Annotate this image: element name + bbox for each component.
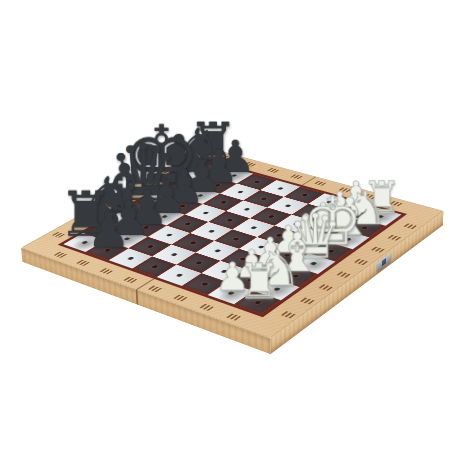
- board-tilt-wrapper: ♜♞♝♛♚♝♞♜♟♟♟♟♟♟♟♟♟♟♟♟♟♟♟♟♜♞♝♛♚♝♞♜: [0, 0, 450, 450]
- frame-marking: [54, 252, 68, 258]
- metal-clasp-icon: [377, 252, 392, 272]
- frame-marking: [281, 311, 296, 318]
- frame-marking: [76, 260, 90, 266]
- frame-marking: [300, 297, 315, 304]
- clasp-pin-icon: [382, 258, 387, 267]
- product-photo: ♜♞♝♛♚♝♞♜♟♟♟♟♟♟♟♟♟♟♟♟♟♟♟♟♜♞♝♛♚♝♞♜: [0, 0, 450, 450]
- fold-seam: [136, 290, 139, 306]
- frame-marking: [173, 294, 188, 301]
- frame-marking: [318, 284, 333, 291]
- frame-marking: [290, 174, 303, 179]
- frame-marking: [226, 313, 241, 320]
- frame-marking: [267, 168, 279, 173]
- frame-marking: [99, 268, 113, 275]
- perspective-scene: ♜♞♝♛♚♝♞♜♟♟♟♟♟♟♟♟♟♟♟♟♟♟♟♟♜♞♝♛♚♝♞♜: [0, 0, 450, 450]
- frame-marking: [371, 246, 385, 252]
- frame-marking: [403, 223, 417, 229]
- frame-marking: [387, 235, 401, 241]
- frame-marking: [336, 271, 351, 278]
- frame-marking: [148, 285, 162, 292]
- white-rook-glyph: ♜: [237, 257, 281, 306]
- square-a1: ♜: [234, 291, 281, 314]
- frame-marking: [123, 277, 137, 284]
- chess-board: ♜♞♝♛♚♝♞♜♟♟♟♟♟♟♟♟♟♟♟♟♟♟♟♟♜♞♝♛♚♝♞♜: [21, 146, 444, 338]
- frame-marking: [199, 304, 214, 311]
- black-pawn-glyph: ♟: [86, 205, 130, 254]
- frame-marking: [354, 259, 368, 266]
